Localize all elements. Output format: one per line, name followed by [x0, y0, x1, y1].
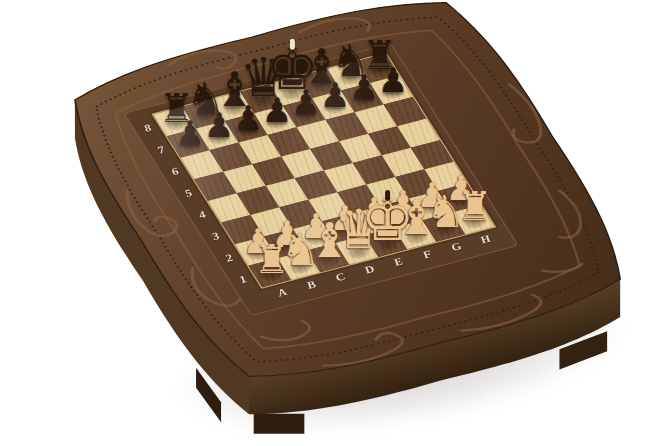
chess-set-photo: 87654321ABCDEFGH ♜♞♝♛♚♝♞♜♟♟♟♟♟♟♟♟♟♟♟♟♟♟♟… [0, 0, 670, 446]
chess-box: 87654321ABCDEFGH ♜♞♝♛♚♝♞♜♟♟♟♟♟♟♟♟♟♟♟♟♟♟♟… [60, 0, 635, 387]
piece-glyph: ♟ [353, 63, 433, 97]
piece-glyph: ♜ [435, 186, 515, 226]
